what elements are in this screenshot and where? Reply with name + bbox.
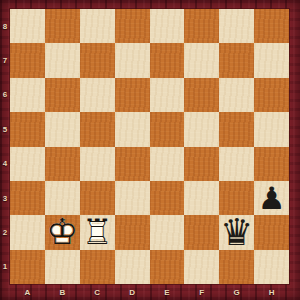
chess-diagram: ♟♚♔♜♖♛ 87654321 ABCDEFGH xyxy=(0,0,300,300)
rank-label-3: 3 xyxy=(0,181,10,215)
rank-labels: 87654321 xyxy=(0,9,10,284)
square-e1[interactable] xyxy=(150,250,185,284)
file-label-d: D xyxy=(115,284,150,300)
square-e5[interactable] xyxy=(150,112,185,146)
square-f4[interactable] xyxy=(184,147,219,181)
square-h4[interactable] xyxy=(254,147,289,181)
file-label-g: G xyxy=(219,284,254,300)
square-f7[interactable] xyxy=(184,43,219,77)
square-d7[interactable] xyxy=(115,43,150,77)
rank-label-4: 4 xyxy=(0,147,10,181)
square-b4[interactable] xyxy=(45,147,80,181)
square-c6[interactable] xyxy=(80,78,115,112)
square-e2[interactable] xyxy=(150,215,185,249)
square-h7[interactable] xyxy=(254,43,289,77)
square-c3[interactable] xyxy=(80,181,115,215)
square-f3[interactable] xyxy=(184,181,219,215)
square-e4[interactable] xyxy=(150,147,185,181)
square-a6[interactable] xyxy=(10,78,45,112)
square-d3[interactable] xyxy=(115,181,150,215)
black-queen[interactable]: ♛ xyxy=(219,215,254,249)
square-h6[interactable] xyxy=(254,78,289,112)
file-labels: ABCDEFGH xyxy=(10,284,289,300)
square-e8[interactable] xyxy=(150,9,185,43)
rank-label-8: 8 xyxy=(0,9,10,43)
square-b7[interactable] xyxy=(45,43,80,77)
square-c1[interactable] xyxy=(80,250,115,284)
rank-label-7: 7 xyxy=(0,43,10,77)
file-label-b: B xyxy=(45,284,80,300)
square-g4[interactable] xyxy=(219,147,254,181)
square-g2[interactable]: ♛ xyxy=(219,215,254,249)
rank-label-5: 5 xyxy=(0,112,10,146)
square-d6[interactable] xyxy=(115,78,150,112)
square-b3[interactable] xyxy=(45,181,80,215)
square-g7[interactable] xyxy=(219,43,254,77)
square-g8[interactable] xyxy=(219,9,254,43)
square-b6[interactable] xyxy=(45,78,80,112)
white-rook[interactable]: ♜♖ xyxy=(80,215,115,249)
file-label-a: A xyxy=(10,284,45,300)
square-b1[interactable] xyxy=(45,250,80,284)
square-b8[interactable] xyxy=(45,9,80,43)
black-pawn[interactable]: ♟ xyxy=(254,181,289,215)
square-f6[interactable] xyxy=(184,78,219,112)
chess-board: ♟♚♔♜♖♛ xyxy=(10,9,289,284)
square-a5[interactable] xyxy=(10,112,45,146)
square-h8[interactable] xyxy=(254,9,289,43)
square-a3[interactable] xyxy=(10,181,45,215)
square-f5[interactable] xyxy=(184,112,219,146)
square-d1[interactable] xyxy=(115,250,150,284)
square-g6[interactable] xyxy=(219,78,254,112)
square-e6[interactable] xyxy=(150,78,185,112)
square-b5[interactable] xyxy=(45,112,80,146)
file-label-h: H xyxy=(254,284,289,300)
file-label-f: F xyxy=(184,284,219,300)
rank-label-1: 1 xyxy=(0,250,10,284)
square-h1[interactable] xyxy=(254,250,289,284)
square-f8[interactable] xyxy=(184,9,219,43)
square-g1[interactable] xyxy=(219,250,254,284)
square-d8[interactable] xyxy=(115,9,150,43)
square-c5[interactable] xyxy=(80,112,115,146)
square-h3[interactable]: ♟ xyxy=(254,181,289,215)
square-c7[interactable] xyxy=(80,43,115,77)
square-d2[interactable] xyxy=(115,215,150,249)
square-c2[interactable]: ♜♖ xyxy=(80,215,115,249)
rank-label-6: 6 xyxy=(0,78,10,112)
square-a4[interactable] xyxy=(10,147,45,181)
square-b2[interactable]: ♚♔ xyxy=(45,215,80,249)
square-h5[interactable] xyxy=(254,112,289,146)
square-e7[interactable] xyxy=(150,43,185,77)
square-g5[interactable] xyxy=(219,112,254,146)
square-f1[interactable] xyxy=(184,250,219,284)
square-d4[interactable] xyxy=(115,147,150,181)
white-king[interactable]: ♚♔ xyxy=(45,215,80,249)
square-h2[interactable] xyxy=(254,215,289,249)
square-a1[interactable] xyxy=(10,250,45,284)
square-a7[interactable] xyxy=(10,43,45,77)
square-d5[interactable] xyxy=(115,112,150,146)
file-label-e: E xyxy=(150,284,185,300)
square-c8[interactable] xyxy=(80,9,115,43)
square-a2[interactable] xyxy=(10,215,45,249)
square-f2[interactable] xyxy=(184,215,219,249)
square-a8[interactable] xyxy=(10,9,45,43)
rank-label-2: 2 xyxy=(0,215,10,249)
file-label-c: C xyxy=(80,284,115,300)
square-e3[interactable] xyxy=(150,181,185,215)
square-c4[interactable] xyxy=(80,147,115,181)
